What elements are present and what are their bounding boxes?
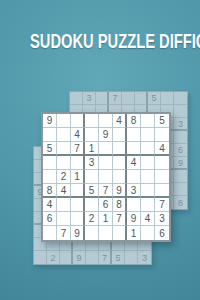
front-cell-r6c5[interactable]: 7: [99, 184, 113, 198]
back_bottom_left-cell-r9c7: 5: [112, 251, 125, 264]
front-cell-r7c1[interactable]: 4: [43, 198, 57, 212]
front-cell-r1c8[interactable]: [141, 114, 155, 128]
front-cell-r8c6[interactable]: 7: [113, 212, 127, 226]
front-cell-r8c4[interactable]: 2: [85, 212, 99, 226]
front-cell-r2c1[interactable]: [43, 128, 57, 142]
back_top_right-cell-r8c9: [174, 183, 187, 196]
front-cell-r3c3[interactable]: 7: [71, 142, 85, 156]
front-cell-r9c8[interactable]: [141, 226, 155, 240]
front-cell-r7c2[interactable]: [57, 198, 71, 212]
front-cell-r7c8[interactable]: [141, 198, 155, 212]
front-cell-r6c7[interactable]: 3: [127, 184, 141, 198]
front-cell-r8c2[interactable]: [57, 212, 71, 226]
front-cell-r1c2[interactable]: [57, 114, 71, 128]
front-cell-r6c4[interactable]: 5: [85, 184, 99, 198]
front-cell-r7c9[interactable]: 7: [155, 198, 169, 212]
back_bottom_left-cell-r9c6: 7: [99, 251, 112, 264]
front-cell-r5c8[interactable]: [141, 170, 155, 184]
back_bottom_left-cell-r9c5: [86, 251, 99, 264]
back_top_right-cell-r1c7: 5: [148, 92, 161, 105]
front-cell-r6c1[interactable]: 8: [43, 184, 57, 198]
front-cell-r1c7[interactable]: 8: [127, 114, 141, 128]
back_top_right-cell-r3c9: 3: [174, 118, 187, 131]
back_top_right-cell-r7c9: [174, 170, 187, 183]
front-cell-r5c7[interactable]: [127, 170, 141, 184]
back_bottom_left-cell-r9c2: 2: [47, 251, 60, 264]
front-cell-r5c2[interactable]: 2: [57, 170, 71, 184]
back_top_right-cell-r1c4: 7: [109, 92, 122, 105]
back_top_right-cell-r1c2: 3: [83, 92, 96, 105]
front-cell-r8c1[interactable]: 6: [43, 212, 57, 226]
back_bottom_left-cell-r9c9: 3: [138, 251, 151, 264]
front-cell-r3c8[interactable]: [141, 142, 155, 156]
front-cell-r2c6[interactable]: [113, 128, 127, 142]
front-cell-r9c6[interactable]: [113, 226, 127, 240]
front-cell-r8c3[interactable]: [71, 212, 85, 226]
front-cell-r2c9[interactable]: [155, 128, 169, 142]
back_bottom_left-cell-r9c3: [60, 251, 73, 264]
front-cell-r1c6[interactable]: 4: [113, 114, 127, 128]
front-cell-r6c2[interactable]: 4: [57, 184, 71, 198]
front-cell-r4c8[interactable]: [141, 156, 155, 170]
front-cell-r1c5[interactable]: [99, 114, 113, 128]
back_top_right-cell-r2c9: [174, 105, 187, 118]
front-cell-r4c9[interactable]: [155, 156, 169, 170]
front-cell-r9c2[interactable]: 7: [57, 226, 71, 240]
front-cell-r6c3[interactable]: [71, 184, 85, 198]
front-cell-r6c8[interactable]: [141, 184, 155, 198]
front-cell-r3c4[interactable]: 1: [85, 142, 99, 156]
back_top_right-cell-r1c5: [122, 92, 135, 105]
back_top_right-cell-r1c9: [174, 92, 187, 105]
front-cell-r4c5[interactable]: [99, 156, 113, 170]
front-cell-r4c1[interactable]: [43, 156, 57, 170]
front-cell-r5c5[interactable]: [99, 170, 113, 184]
page-title: SUDOKU PUZZLE DIFFICULT: [30, 29, 170, 53]
front-cell-r7c3[interactable]: [71, 198, 85, 212]
page-background: SUDOKU PUZZLE DIFFICULT 3753698 929753 9…: [0, 0, 200, 300]
front-cell-r3c6[interactable]: [113, 142, 127, 156]
back_top_right-cell-r1c1: [70, 92, 83, 105]
front-cell-r6c9[interactable]: [155, 184, 169, 198]
front-cell-r9c1[interactable]: [43, 226, 57, 240]
front-cell-r2c4[interactable]: [85, 128, 99, 142]
front-cell-r3c9[interactable]: 4: [155, 142, 169, 156]
front-cell-r1c3[interactable]: [71, 114, 85, 128]
front-cell-r1c1[interactable]: 9: [43, 114, 57, 128]
front-cell-r8c5[interactable]: 1: [99, 212, 113, 226]
front-cell-r8c8[interactable]: 4: [141, 212, 155, 226]
front-cell-r2c3[interactable]: 4: [71, 128, 85, 142]
front-cell-r3c5[interactable]: [99, 142, 113, 156]
front-cell-r7c4[interactable]: [85, 198, 99, 212]
back_top_right-cell-r9c9: 8: [174, 196, 187, 209]
back_top_right-cell-r4c9: [174, 131, 187, 144]
back_top_right-cell-r1c6: [135, 92, 148, 105]
front-cell-r4c6[interactable]: [113, 156, 127, 170]
front-cell-r9c5[interactable]: [99, 226, 113, 240]
back_top_right-cell-r1c3: [96, 92, 109, 105]
front-cell-r5c4[interactable]: [85, 170, 99, 184]
front-cell-r9c3[interactable]: 9: [71, 226, 85, 240]
front-cell-r2c2[interactable]: [57, 128, 71, 142]
front-cell-r5c3[interactable]: 1: [71, 170, 85, 184]
front-cell-r3c7[interactable]: [127, 142, 141, 156]
front-cell-r8c7[interactable]: 9: [127, 212, 141, 226]
front-cell-r8c9[interactable]: 3: [155, 212, 169, 226]
front-cell-r4c7[interactable]: 4: [127, 156, 141, 170]
front-cell-r4c4[interactable]: 3: [85, 156, 99, 170]
back_bottom_left-cell-r9c1: [34, 251, 47, 264]
front-cell-r6c6[interactable]: 9: [113, 184, 127, 198]
back_top_right-cell-r6c9: 9: [174, 157, 187, 170]
front-cell-r2c5[interactable]: 9: [99, 128, 113, 142]
front-cell-r4c3[interactable]: [71, 156, 85, 170]
front-cell-r9c9[interactable]: 6: [155, 226, 169, 240]
front-cell-r5c1[interactable]: [43, 170, 57, 184]
front-cell-r5c6[interactable]: [113, 170, 127, 184]
front-cell-r2c8[interactable]: [141, 128, 155, 142]
front-cell-r5c9[interactable]: [155, 170, 169, 184]
front-cell-r4c2[interactable]: [57, 156, 71, 170]
front-cell-r7c7[interactable]: [127, 198, 141, 212]
back_bottom_left-cell-r9c4: 9: [73, 251, 86, 264]
front-cell-r1c4[interactable]: [85, 114, 99, 128]
front-cell-r1c9[interactable]: 5: [155, 114, 169, 128]
back_top_right-cell-r5c9: 6: [174, 144, 187, 157]
front-cell-r7c6[interactable]: 8: [113, 198, 127, 212]
front-cell-r3c1[interactable]: 5: [43, 142, 57, 156]
front-cell-r2c7[interactable]: [127, 128, 141, 142]
front-cell-r3c2[interactable]: [57, 142, 71, 156]
front-cell-r9c7[interactable]: 1: [127, 226, 141, 240]
sudoku-board[interactable]: 94854957143421845793468762179437916: [41, 112, 171, 242]
front-cell-r9c4[interactable]: [85, 226, 99, 240]
back_top_right-cell-r1c8: [161, 92, 174, 105]
back_bottom_left-cell-r9c8: [125, 251, 138, 264]
front-cell-r7c5[interactable]: 6: [99, 198, 113, 212]
